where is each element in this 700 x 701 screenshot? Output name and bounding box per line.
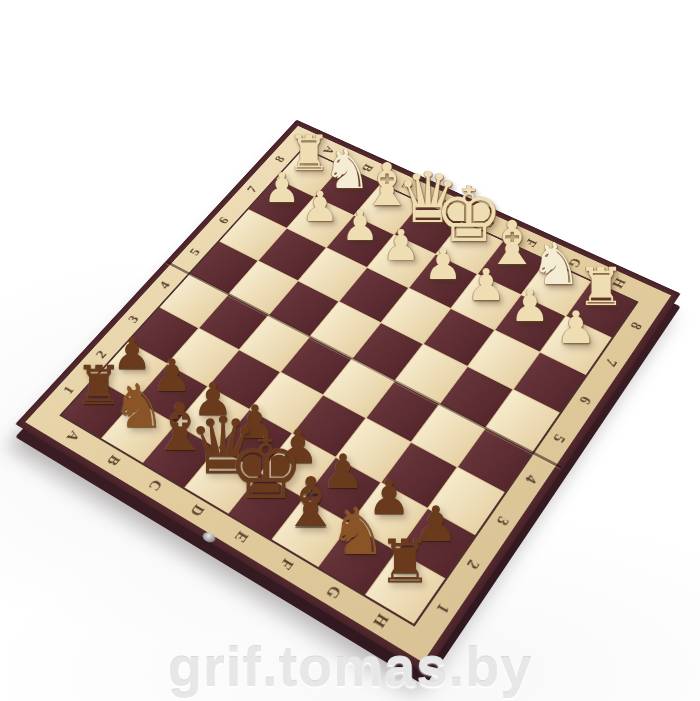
file-label-E: E: [465, 203, 511, 245]
file-label-B: B: [86, 435, 141, 487]
rank-label-7: 7: [581, 341, 641, 382]
file-label-A: A: [306, 131, 351, 169]
file-label-A: A: [46, 411, 100, 461]
file-label-B: B: [344, 149, 390, 188]
rank-label-8: 8: [606, 306, 665, 346]
board-grid: [62, 149, 636, 624]
file-label-F: F: [507, 222, 554, 265]
file-label-F: F: [258, 536, 314, 593]
watermark: grif.tomas.by: [168, 634, 533, 699]
rank-label-6: 6: [555, 378, 616, 421]
board-face: 87654321 87654321 ABCDEFGH ABCDEFGH: [25, 126, 671, 662]
product-photo-stage: 87654321 87654321 ABCDEFGH ABCDEFGH ♜♞♝♛…: [0, 0, 700, 701]
file-label-E: E: [213, 509, 269, 565]
file-label-C: C: [384, 166, 430, 206]
file-label-D: D: [424, 184, 470, 225]
file-label-G: G: [305, 563, 362, 622]
file-label-C: C: [127, 459, 182, 512]
file-label-D: D: [170, 484, 225, 538]
chess-board: 87654321 87654321 ABCDEFGH ABCDEFGH: [15, 120, 680, 673]
